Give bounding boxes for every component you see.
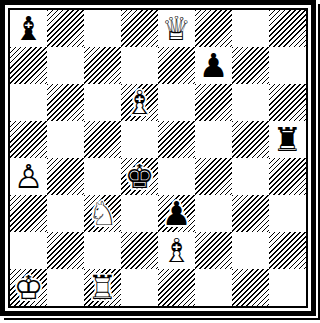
black-bishop[interactable]: ♝ (10, 10, 47, 47)
white-bishop[interactable]: ♗ (158, 232, 195, 269)
square-b4[interactable] (47, 158, 84, 195)
frame-white-gap: ♝♝♛♕♟♟♝♗♜♜♟♙♚♚♞♘♟♟♝♗♚♔♜♖ (5, 5, 311, 311)
black-king[interactable]: ♚ (121, 158, 158, 195)
square-e1[interactable] (158, 269, 195, 306)
square-a1[interactable]: ♚♔ (10, 269, 47, 306)
square-f4[interactable] (195, 158, 232, 195)
square-b5[interactable] (47, 121, 84, 158)
white-bishop[interactable]: ♗ (121, 84, 158, 121)
square-f5[interactable] (195, 121, 232, 158)
square-g8[interactable] (232, 10, 269, 47)
square-f2[interactable] (195, 232, 232, 269)
square-e8[interactable]: ♛♕ (158, 10, 195, 47)
white-rook[interactable]: ♖ (84, 269, 121, 306)
square-h7[interactable] (269, 47, 306, 84)
square-d5[interactable] (121, 121, 158, 158)
square-b3[interactable] (47, 195, 84, 232)
square-c3[interactable]: ♞♘ (84, 195, 121, 232)
square-g7[interactable] (232, 47, 269, 84)
square-e7[interactable] (158, 47, 195, 84)
square-b8[interactable] (47, 10, 84, 47)
square-d1[interactable] (121, 269, 158, 306)
square-a6[interactable] (10, 84, 47, 121)
square-b1[interactable] (47, 269, 84, 306)
square-a2[interactable] (10, 232, 47, 269)
square-g6[interactable] (232, 84, 269, 121)
square-c5[interactable] (84, 121, 121, 158)
black-rook[interactable]: ♜ (269, 121, 306, 158)
square-a7[interactable] (10, 47, 47, 84)
square-a8[interactable]: ♝♝ (10, 10, 47, 47)
square-g3[interactable] (232, 195, 269, 232)
square-h5[interactable]: ♜♜ (269, 121, 306, 158)
square-h6[interactable] (269, 84, 306, 121)
white-pawn[interactable]: ♙ (10, 158, 47, 195)
square-h4[interactable] (269, 158, 306, 195)
square-c7[interactable] (84, 47, 121, 84)
square-b6[interactable] (47, 84, 84, 121)
square-c6[interactable] (84, 84, 121, 121)
white-king[interactable]: ♔ (10, 269, 47, 306)
square-b2[interactable] (47, 232, 84, 269)
square-a4[interactable]: ♟♙ (10, 158, 47, 195)
square-g1[interactable] (232, 269, 269, 306)
square-c4[interactable] (84, 158, 121, 195)
frame-inner-line: ♝♝♛♕♟♟♝♗♜♜♟♙♚♚♞♘♟♟♝♗♚♔♜♖ (8, 8, 308, 308)
square-d2[interactable] (121, 232, 158, 269)
chess-board: ♝♝♛♕♟♟♝♗♜♜♟♙♚♚♞♘♟♟♝♗♚♔♜♖ (10, 10, 306, 306)
board-frame: ♝♝♛♕♟♟♝♗♜♜♟♙♚♚♞♘♟♟♝♗♚♔♜♖ (0, 0, 316, 316)
black-pawn[interactable]: ♟ (158, 195, 195, 232)
square-d6[interactable]: ♝♗ (121, 84, 158, 121)
square-g2[interactable] (232, 232, 269, 269)
square-f7[interactable]: ♟♟ (195, 47, 232, 84)
square-c8[interactable] (84, 10, 121, 47)
square-h1[interactable] (269, 269, 306, 306)
white-knight[interactable]: ♘ (84, 195, 121, 232)
white-queen[interactable]: ♕ (158, 10, 195, 47)
square-h3[interactable] (269, 195, 306, 232)
square-b7[interactable] (47, 47, 84, 84)
square-f1[interactable] (195, 269, 232, 306)
square-f8[interactable] (195, 10, 232, 47)
square-h2[interactable] (269, 232, 306, 269)
square-e5[interactable] (158, 121, 195, 158)
square-a5[interactable] (10, 121, 47, 158)
square-d4[interactable]: ♚♚ (121, 158, 158, 195)
square-g5[interactable] (232, 121, 269, 158)
square-a3[interactable] (10, 195, 47, 232)
square-d3[interactable] (121, 195, 158, 232)
square-f3[interactable] (195, 195, 232, 232)
square-e2[interactable]: ♝♗ (158, 232, 195, 269)
square-g4[interactable] (232, 158, 269, 195)
square-c2[interactable] (84, 232, 121, 269)
square-e4[interactable] (158, 158, 195, 195)
square-c1[interactable]: ♜♖ (84, 269, 121, 306)
black-pawn[interactable]: ♟ (195, 47, 232, 84)
square-d8[interactable] (121, 10, 158, 47)
square-f6[interactable] (195, 84, 232, 121)
square-e6[interactable] (158, 84, 195, 121)
square-h8[interactable] (269, 10, 306, 47)
square-e3[interactable]: ♟♟ (158, 195, 195, 232)
square-d7[interactable] (121, 47, 158, 84)
